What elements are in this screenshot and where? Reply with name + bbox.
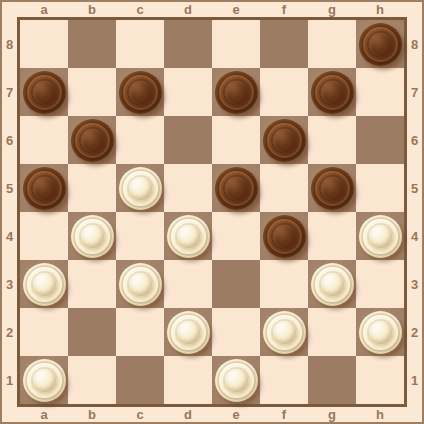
square-a3[interactable] <box>20 260 68 308</box>
square-d4[interactable] <box>164 212 212 260</box>
square-e3[interactable] <box>212 260 260 308</box>
rank-labels-right: 87654321 <box>407 20 422 404</box>
square-a7[interactable] <box>20 68 68 116</box>
square-g1[interactable] <box>308 356 356 404</box>
rank-label-left-2: 2 <box>2 308 17 356</box>
square-b1[interactable] <box>68 356 116 404</box>
square-e1[interactable] <box>212 356 260 404</box>
square-h4[interactable] <box>356 212 404 260</box>
rank-labels-left: 87654321 <box>2 20 17 404</box>
rank-label-left-3: 3 <box>2 260 17 308</box>
file-label-bottom-b: b <box>68 407 116 422</box>
file-label-top-c: c <box>116 2 164 17</box>
white-man-d2[interactable] <box>167 311 210 354</box>
square-d8[interactable] <box>164 20 212 68</box>
square-c8[interactable] <box>116 20 164 68</box>
square-f5[interactable] <box>260 164 308 212</box>
rank-label-right-8: 8 <box>407 20 422 68</box>
square-b2[interactable] <box>68 308 116 356</box>
rank-label-left-1: 1 <box>2 356 17 404</box>
square-g3[interactable] <box>308 260 356 308</box>
square-h2[interactable] <box>356 308 404 356</box>
dark-man-f4[interactable] <box>263 215 306 258</box>
square-c6[interactable] <box>116 116 164 164</box>
square-b8[interactable] <box>68 20 116 68</box>
square-a5[interactable] <box>20 164 68 212</box>
square-d1[interactable] <box>164 356 212 404</box>
white-man-h2[interactable] <box>359 311 402 354</box>
file-label-bottom-a: a <box>20 407 68 422</box>
square-a8[interactable] <box>20 20 68 68</box>
square-b7[interactable] <box>68 68 116 116</box>
square-c5[interactable] <box>116 164 164 212</box>
square-e8[interactable] <box>212 20 260 68</box>
square-g5[interactable] <box>308 164 356 212</box>
square-h8[interactable] <box>356 20 404 68</box>
file-label-bottom-g: g <box>308 407 356 422</box>
white-man-a1[interactable] <box>23 359 66 402</box>
file-label-bottom-h: h <box>356 407 404 422</box>
dark-man-h8[interactable] <box>359 23 402 66</box>
square-f7[interactable] <box>260 68 308 116</box>
square-e4[interactable] <box>212 212 260 260</box>
rank-label-right-3: 3 <box>407 260 422 308</box>
square-e6[interactable] <box>212 116 260 164</box>
square-g4[interactable] <box>308 212 356 260</box>
square-h1[interactable] <box>356 356 404 404</box>
square-d3[interactable] <box>164 260 212 308</box>
dark-man-c7[interactable] <box>119 71 162 114</box>
rank-label-right-5: 5 <box>407 164 422 212</box>
white-man-g3[interactable] <box>311 263 354 306</box>
dark-man-f6[interactable] <box>263 119 306 162</box>
white-man-c5[interactable] <box>119 167 162 210</box>
square-h7[interactable] <box>356 68 404 116</box>
file-label-top-a: a <box>20 2 68 17</box>
square-d6[interactable] <box>164 116 212 164</box>
square-g6[interactable] <box>308 116 356 164</box>
square-f1[interactable] <box>260 356 308 404</box>
rank-label-right-4: 4 <box>407 212 422 260</box>
square-f2[interactable] <box>260 308 308 356</box>
checkers-app: abcdefgh abcdefgh 87654321 87654321 <box>0 0 424 424</box>
square-f8[interactable] <box>260 20 308 68</box>
rank-label-left-5: 5 <box>2 164 17 212</box>
dark-man-a5[interactable] <box>23 167 66 210</box>
square-g8[interactable] <box>308 20 356 68</box>
rank-label-left-6: 6 <box>2 116 17 164</box>
dark-man-b6[interactable] <box>71 119 114 162</box>
square-d7[interactable] <box>164 68 212 116</box>
rank-label-left-4: 4 <box>2 212 17 260</box>
file-label-bottom-c: c <box>116 407 164 422</box>
square-a2[interactable] <box>20 308 68 356</box>
rank-label-right-7: 7 <box>407 68 422 116</box>
square-b6[interactable] <box>68 116 116 164</box>
square-b5[interactable] <box>68 164 116 212</box>
file-label-top-b: b <box>68 2 116 17</box>
rank-label-left-8: 8 <box>2 20 17 68</box>
dark-man-g7[interactable] <box>311 71 354 114</box>
rank-label-left-7: 7 <box>2 68 17 116</box>
square-b4[interactable] <box>68 212 116 260</box>
file-label-top-g: g <box>308 2 356 17</box>
white-man-a3[interactable] <box>23 263 66 306</box>
white-man-f2[interactable] <box>263 311 306 354</box>
dark-man-a7[interactable] <box>23 71 66 114</box>
white-man-e1[interactable] <box>215 359 258 402</box>
square-e7[interactable] <box>212 68 260 116</box>
file-label-top-d: d <box>164 2 212 17</box>
file-label-top-e: e <box>212 2 260 17</box>
square-g7[interactable] <box>308 68 356 116</box>
dark-man-e5[interactable] <box>215 167 258 210</box>
rank-label-right-1: 1 <box>407 356 422 404</box>
checkers-board <box>17 17 407 407</box>
square-d5[interactable] <box>164 164 212 212</box>
white-man-d4[interactable] <box>167 215 210 258</box>
square-b3[interactable] <box>68 260 116 308</box>
file-label-bottom-f: f <box>260 407 308 422</box>
dark-man-e7[interactable] <box>215 71 258 114</box>
file-labels-bottom: abcdefgh <box>20 407 404 422</box>
white-man-b4[interactable] <box>71 215 114 258</box>
square-f4[interactable] <box>260 212 308 260</box>
square-h3[interactable] <box>356 260 404 308</box>
square-d2[interactable] <box>164 308 212 356</box>
square-c1[interactable] <box>116 356 164 404</box>
file-label-bottom-d: d <box>164 407 212 422</box>
square-a6[interactable] <box>20 116 68 164</box>
square-a4[interactable] <box>20 212 68 260</box>
white-man-h4[interactable] <box>359 215 402 258</box>
white-man-c3[interactable] <box>119 263 162 306</box>
square-e2[interactable] <box>212 308 260 356</box>
rank-label-right-2: 2 <box>407 308 422 356</box>
square-h5[interactable] <box>356 164 404 212</box>
square-c2[interactable] <box>116 308 164 356</box>
square-c3[interactable] <box>116 260 164 308</box>
file-label-top-f: f <box>260 2 308 17</box>
square-f3[interactable] <box>260 260 308 308</box>
file-label-top-h: h <box>356 2 404 17</box>
square-c7[interactable] <box>116 68 164 116</box>
square-g2[interactable] <box>308 308 356 356</box>
rank-label-right-6: 6 <box>407 116 422 164</box>
square-h6[interactable] <box>356 116 404 164</box>
square-a1[interactable] <box>20 356 68 404</box>
dark-man-g5[interactable] <box>311 167 354 210</box>
square-f6[interactable] <box>260 116 308 164</box>
file-label-bottom-e: e <box>212 407 260 422</box>
file-labels-top: abcdefgh <box>20 2 404 17</box>
square-c4[interactable] <box>116 212 164 260</box>
square-e5[interactable] <box>212 164 260 212</box>
